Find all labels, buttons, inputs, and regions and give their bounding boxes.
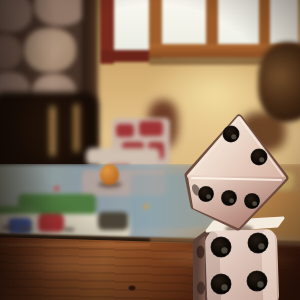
top-die <box>188 118 285 227</box>
stacked-dice <box>0 0 300 300</box>
top-die-top-face <box>189 118 284 178</box>
bottom-die-side-pip <box>197 282 205 295</box>
bottom-die-side-pip <box>197 246 205 259</box>
photo-scene <box>0 0 300 300</box>
